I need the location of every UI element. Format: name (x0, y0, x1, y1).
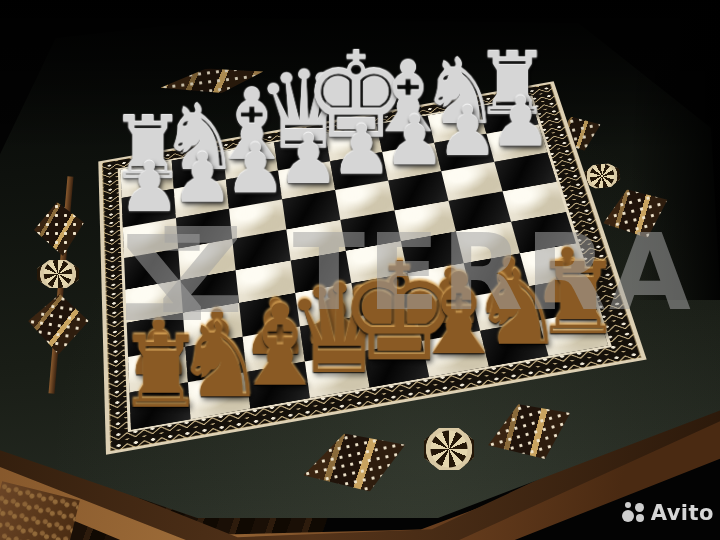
square-c5 (232, 229, 290, 270)
board-frame: ♜♞♝♛♚♝♞♜♟♟♟♟♟♟♟♟♟♟♟♟♟♟♟♟♜♞♝♛♚♝♞♜ (98, 81, 646, 454)
square-h1: ♜ (539, 310, 609, 356)
board-grid: ♜♞♝♛♚♝♞♜♟♟♟♟♟♟♟♟♟♟♟♟♟♟♟♟♜♞♝♛♚♝♞♜ (118, 95, 612, 432)
board-scene: ♜♞♝♛♚♝♞♜♟♟♟♟♟♟♟♟♟♟♟♟♟♟♟♟♜♞♝♛♚♝♞♜ (0, 0, 720, 540)
avito-wordmark: Avito (651, 501, 714, 525)
avito-dots-icon (622, 501, 646, 525)
piece-white-rook: ♜ (533, 250, 622, 349)
watermark-avito: Avito (622, 501, 714, 525)
listing-photo: ♜♞♝♛♚♝♞♜♟♟♟♟♟♟♟♟♟♟♟♟♟♟♟♟♜♞♝♛♚♝♞♜ ZZ TERR… (0, 0, 720, 540)
piece-black-pawn: ♟ (490, 87, 552, 156)
